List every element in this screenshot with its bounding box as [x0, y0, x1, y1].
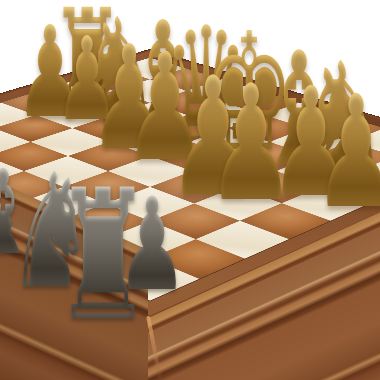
gold-pawn[interactable]: ♟: [313, 75, 380, 230]
silver-rook[interactable]: ♜: [53, 166, 153, 346]
chess-set-photo: ♜♟♞♟♝♛♚♟♟♝♞♟♟♟♟♝♞♟♜: [0, 0, 380, 380]
gold-pawn[interactable]: ♟: [207, 64, 296, 224]
